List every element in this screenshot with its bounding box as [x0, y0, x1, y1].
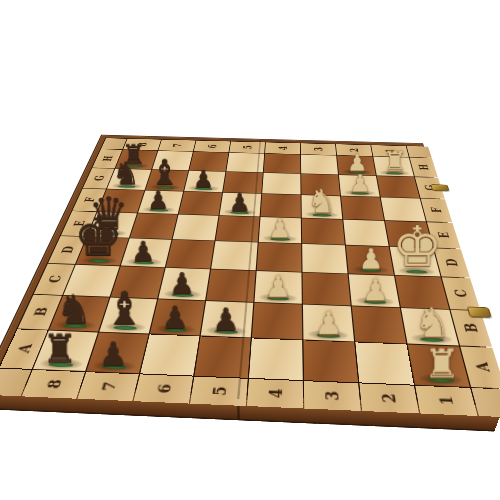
square-c6[interactable]: ♟ [158, 268, 210, 300]
file-label: H [410, 157, 438, 177]
square-g2[interactable]: ♟ [339, 175, 380, 197]
square-b3[interactable]: ♟ [303, 304, 354, 341]
piece-white-pawn-b3[interactable]: ♟ [315, 308, 343, 339]
rank-label: 3 [301, 143, 336, 155]
product-photo-scene: 87654321H♜♟♜HG♞♝♟♟GF♟♟♞FE♛♟ED♚♟♟♚DC♟♟♟CB… [0, 0, 500, 500]
square-f3[interactable]: ♞ [301, 195, 342, 219]
square-g6[interactable]: ♟ [184, 171, 225, 192]
square-d2[interactable]: ♟ [346, 245, 394, 275]
square-b2[interactable] [352, 306, 406, 343]
square-e6[interactable] [173, 214, 219, 240]
rank-label-text: 5 [199, 369, 238, 414]
square-d8[interactable]: ♚ [76, 237, 129, 266]
square-f6[interactable] [179, 192, 222, 216]
piece-black-pawn-a7[interactable]: ♟ [99, 338, 128, 371]
file-label-text: B [443, 316, 500, 340]
square-d1[interactable]: ♚ [390, 247, 441, 277]
piece-white-knight-b1[interactable]: ♞ [414, 302, 451, 343]
file-label-text: H [404, 161, 444, 174]
square-g4[interactable] [262, 173, 300, 195]
rank-label: 6 [134, 374, 193, 403]
rank-label: 1 [415, 386, 477, 416]
piece-black-pawn-g6[interactable]: ♟ [193, 167, 214, 191]
piece-white-pawn-d2[interactable]: ♟ [359, 245, 384, 273]
piece-black-bishop-g7[interactable]: ♝ [149, 155, 180, 189]
rank-label: 4 [247, 379, 303, 409]
rank-label: 2 [359, 383, 419, 413]
rank-label: 8 [22, 370, 85, 399]
square-h3[interactable] [301, 155, 338, 175]
piece-black-king-d8[interactable]: ♚ [74, 209, 123, 264]
rank-label-text: 3 [314, 374, 351, 420]
piece-white-pawn-c4[interactable]: ♟ [265, 272, 291, 301]
piece-white-rook-h1[interactable]: ♜ [383, 148, 407, 175]
piece-black-bishop-b7[interactable]: ♝ [104, 286, 144, 331]
piece-white-king-d1[interactable]: ♚ [392, 219, 442, 275]
piece-black-rook-a8[interactable]: ♜ [42, 329, 77, 368]
square-b7[interactable]: ♝ [99, 297, 157, 333]
rank-label: 7 [77, 372, 138, 401]
piece-white-knight-f3[interactable]: ♞ [307, 185, 336, 218]
chess-board: 87654321H♜♟♜HG♞♝♟♟GF♟♟♞FE♛♟ED♚♟♟♚DC♟♟♟CB… [0, 135, 500, 412]
square-b4[interactable] [252, 303, 302, 340]
board-frame: 87654321H♜♟♜HG♞♝♟♟GF♟♟♞FE♛♟ED♚♟♟♚DC♟♟♟CB… [0, 135, 500, 412]
piece-black-pawn-d7[interactable]: ♟ [131, 238, 156, 265]
square-a7[interactable]: ♟ [86, 333, 148, 374]
square-c4[interactable]: ♟ [254, 271, 301, 304]
square-f2[interactable] [341, 196, 384, 220]
brass-clasp-icon[interactable] [430, 184, 449, 191]
piece-black-pawn-b5[interactable]: ♟ [212, 304, 240, 335]
piece-black-pawn-f5[interactable]: ♟ [229, 190, 251, 215]
piece-white-pawn-e4[interactable]: ♟ [268, 215, 291, 241]
frame-corner [407, 146, 432, 158]
piece-white-pawn-c2[interactable]: ♟ [362, 275, 388, 304]
square-c3[interactable] [303, 273, 351, 306]
square-d6[interactable] [166, 240, 215, 269]
piece-black-pawn-f7[interactable]: ♟ [147, 187, 169, 212]
square-f7[interactable]: ♟ [138, 190, 183, 213]
file-label: G [83, 168, 114, 189]
rank-label: 4 [265, 142, 300, 154]
square-h4[interactable] [264, 154, 301, 174]
square-d7[interactable]: ♟ [121, 238, 172, 267]
rank-label: 7 [158, 140, 195, 152]
piece-black-pawn-c6[interactable]: ♟ [169, 269, 195, 298]
piece-white-rook-a1[interactable]: ♜ [424, 344, 460, 384]
rank-label: 3 [304, 381, 361, 411]
square-d4[interactable] [257, 243, 302, 272]
rank-label-text: 4 [257, 371, 292, 417]
square-b6[interactable]: ♟ [150, 299, 205, 335]
rank-label: 6 [194, 141, 230, 153]
piece-black-knight-g8[interactable]: ♞ [112, 158, 140, 189]
brass-clasp-icon[interactable] [467, 306, 492, 317]
square-e4[interactable]: ♟ [259, 217, 301, 243]
square-d3[interactable] [302, 244, 347, 273]
square-c2[interactable]: ♟ [349, 274, 400, 307]
square-e3[interactable] [302, 218, 345, 244]
piece-black-knight-b8[interactable]: ♞ [56, 289, 92, 329]
piece-white-pawn-g2[interactable]: ♟ [350, 171, 371, 195]
piece-black-pawn-b6[interactable]: ♟ [161, 302, 189, 333]
